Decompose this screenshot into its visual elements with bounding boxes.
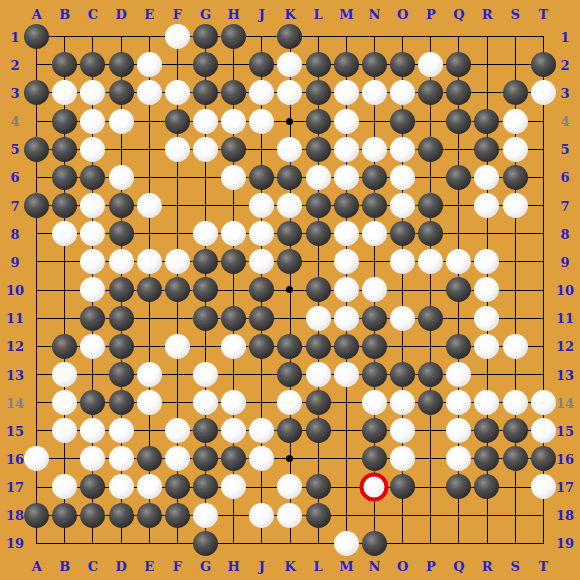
intersection-M16[interactable] xyxy=(332,445,360,473)
intersection-R6[interactable] xyxy=(473,163,501,191)
intersection-P10[interactable] xyxy=(417,276,445,304)
intersection-E5[interactable] xyxy=(135,135,163,163)
intersection-L15[interactable] xyxy=(304,417,332,445)
intersection-R13[interactable] xyxy=(473,360,501,388)
intersection-K7[interactable] xyxy=(276,191,304,219)
intersection-K8[interactable] xyxy=(276,220,304,248)
intersection-K5[interactable] xyxy=(276,135,304,163)
intersection-G17[interactable] xyxy=(191,473,219,501)
intersection-D5[interactable] xyxy=(107,135,135,163)
intersection-E4[interactable] xyxy=(135,107,163,135)
intersection-M14[interactable] xyxy=(332,388,360,416)
intersection-M2[interactable] xyxy=(332,51,360,79)
intersection-A17[interactable] xyxy=(23,473,51,501)
intersection-E10[interactable] xyxy=(135,276,163,304)
intersection-H15[interactable] xyxy=(220,417,248,445)
intersection-C19[interactable] xyxy=(79,529,107,557)
intersection-T13[interactable] xyxy=(529,360,557,388)
intersection-N13[interactable] xyxy=(360,360,388,388)
intersection-M1[interactable] xyxy=(332,23,360,51)
intersection-G18[interactable] xyxy=(191,501,219,529)
intersection-T14[interactable] xyxy=(529,388,557,416)
intersection-E12[interactable] xyxy=(135,332,163,360)
intersection-B1[interactable] xyxy=(51,23,79,51)
intersection-Q17[interactable] xyxy=(445,473,473,501)
intersection-P7[interactable] xyxy=(417,191,445,219)
intersection-N16[interactable] xyxy=(360,445,388,473)
intersection-M18[interactable] xyxy=(332,501,360,529)
intersection-O18[interactable] xyxy=(388,501,416,529)
intersection-B8[interactable] xyxy=(51,220,79,248)
intersection-A11[interactable] xyxy=(23,304,51,332)
intersection-P14[interactable] xyxy=(417,388,445,416)
intersection-T3[interactable] xyxy=(529,79,557,107)
intersection-R15[interactable] xyxy=(473,417,501,445)
intersection-R14[interactable] xyxy=(473,388,501,416)
intersection-N6[interactable] xyxy=(360,163,388,191)
intersection-F7[interactable] xyxy=(163,191,191,219)
intersection-M19[interactable] xyxy=(332,529,360,557)
intersection-D18[interactable] xyxy=(107,501,135,529)
intersection-E14[interactable] xyxy=(135,388,163,416)
intersection-F16[interactable] xyxy=(163,445,191,473)
intersection-O3[interactable] xyxy=(388,79,416,107)
intersection-L5[interactable] xyxy=(304,135,332,163)
intersection-H12[interactable] xyxy=(220,332,248,360)
intersection-O10[interactable] xyxy=(388,276,416,304)
intersection-T11[interactable] xyxy=(529,304,557,332)
intersection-M5[interactable] xyxy=(332,135,360,163)
intersection-Q11[interactable] xyxy=(445,304,473,332)
intersection-B14[interactable] xyxy=(51,388,79,416)
intersection-R16[interactable] xyxy=(473,445,501,473)
intersection-F9[interactable] xyxy=(163,248,191,276)
intersection-T4[interactable] xyxy=(529,107,557,135)
intersection-N19[interactable] xyxy=(360,529,388,557)
intersection-B11[interactable] xyxy=(51,304,79,332)
intersection-M10[interactable] xyxy=(332,276,360,304)
intersection-M17[interactable] xyxy=(332,473,360,501)
intersection-C12[interactable] xyxy=(79,332,107,360)
intersection-P2[interactable] xyxy=(417,51,445,79)
intersection-R11[interactable] xyxy=(473,304,501,332)
intersection-D13[interactable] xyxy=(107,360,135,388)
intersection-B13[interactable] xyxy=(51,360,79,388)
intersection-Q12[interactable] xyxy=(445,332,473,360)
intersection-S15[interactable] xyxy=(501,417,529,445)
intersection-G15[interactable] xyxy=(191,417,219,445)
intersection-L11[interactable] xyxy=(304,304,332,332)
intersection-A2[interactable] xyxy=(23,51,51,79)
intersection-R9[interactable] xyxy=(473,248,501,276)
intersection-B10[interactable] xyxy=(51,276,79,304)
intersection-F6[interactable] xyxy=(163,163,191,191)
intersection-J11[interactable] xyxy=(248,304,276,332)
intersection-H2[interactable] xyxy=(220,51,248,79)
intersection-G13[interactable] xyxy=(191,360,219,388)
intersection-B9[interactable] xyxy=(51,248,79,276)
intersection-O5[interactable] xyxy=(388,135,416,163)
intersection-H17[interactable] xyxy=(220,473,248,501)
intersection-D10[interactable] xyxy=(107,276,135,304)
intersection-A14[interactable] xyxy=(23,388,51,416)
intersection-B15[interactable] xyxy=(51,417,79,445)
intersection-K15[interactable] xyxy=(276,417,304,445)
intersection-T19[interactable] xyxy=(529,529,557,557)
intersection-F4[interactable] xyxy=(163,107,191,135)
intersection-N15[interactable] xyxy=(360,417,388,445)
intersection-E9[interactable] xyxy=(135,248,163,276)
intersection-E1[interactable] xyxy=(135,23,163,51)
intersection-B4[interactable] xyxy=(51,107,79,135)
intersection-O8[interactable] xyxy=(388,220,416,248)
intersection-J12[interactable] xyxy=(248,332,276,360)
intersection-G1[interactable] xyxy=(191,23,219,51)
intersection-T18[interactable] xyxy=(529,501,557,529)
intersection-S6[interactable] xyxy=(501,163,529,191)
intersection-M15[interactable] xyxy=(332,417,360,445)
intersection-D14[interactable] xyxy=(107,388,135,416)
intersection-J18[interactable] xyxy=(248,501,276,529)
intersection-S9[interactable] xyxy=(501,248,529,276)
intersection-Q7[interactable] xyxy=(445,191,473,219)
intersection-G19[interactable] xyxy=(191,529,219,557)
intersection-D7[interactable] xyxy=(107,191,135,219)
intersection-M6[interactable] xyxy=(332,163,360,191)
intersection-K17[interactable] xyxy=(276,473,304,501)
intersection-H1[interactable] xyxy=(220,23,248,51)
intersection-H5[interactable] xyxy=(220,135,248,163)
intersection-P4[interactable] xyxy=(417,107,445,135)
intersection-K14[interactable] xyxy=(276,388,304,416)
intersection-Q3[interactable] xyxy=(445,79,473,107)
intersection-K11[interactable] xyxy=(276,304,304,332)
intersection-E19[interactable] xyxy=(135,529,163,557)
intersection-S4[interactable] xyxy=(501,107,529,135)
intersection-G5[interactable] xyxy=(191,135,219,163)
intersection-A6[interactable] xyxy=(23,163,51,191)
intersection-J9[interactable] xyxy=(248,248,276,276)
intersection-M8[interactable] xyxy=(332,220,360,248)
intersection-P8[interactable] xyxy=(417,220,445,248)
intersection-H18[interactable] xyxy=(220,501,248,529)
intersection-Q14[interactable] xyxy=(445,388,473,416)
intersection-K19[interactable] xyxy=(276,529,304,557)
intersection-Q5[interactable] xyxy=(445,135,473,163)
intersection-G8[interactable] xyxy=(191,220,219,248)
intersection-C16[interactable] xyxy=(79,445,107,473)
intersection-C1[interactable] xyxy=(79,23,107,51)
intersection-T1[interactable] xyxy=(529,23,557,51)
intersection-C9[interactable] xyxy=(79,248,107,276)
intersection-A3[interactable] xyxy=(23,79,51,107)
intersection-S14[interactable] xyxy=(501,388,529,416)
intersection-F1[interactable] xyxy=(163,23,191,51)
intersection-B17[interactable] xyxy=(51,473,79,501)
intersection-L6[interactable] xyxy=(304,163,332,191)
intersection-L13[interactable] xyxy=(304,360,332,388)
intersection-C17[interactable] xyxy=(79,473,107,501)
intersection-M4[interactable] xyxy=(332,107,360,135)
intersection-S7[interactable] xyxy=(501,191,529,219)
intersection-P15[interactable] xyxy=(417,417,445,445)
intersection-C11[interactable] xyxy=(79,304,107,332)
intersection-K13[interactable] xyxy=(276,360,304,388)
intersection-D2[interactable] xyxy=(107,51,135,79)
intersection-E8[interactable] xyxy=(135,220,163,248)
intersection-D11[interactable] xyxy=(107,304,135,332)
intersection-F2[interactable] xyxy=(163,51,191,79)
intersection-Q16[interactable] xyxy=(445,445,473,473)
intersection-D1[interactable] xyxy=(107,23,135,51)
intersection-A13[interactable] xyxy=(23,360,51,388)
intersection-J10[interactable] xyxy=(248,276,276,304)
intersection-L1[interactable] xyxy=(304,23,332,51)
intersection-P17[interactable] xyxy=(417,473,445,501)
intersection-R2[interactable] xyxy=(473,51,501,79)
intersection-J5[interactable] xyxy=(248,135,276,163)
intersection-N4[interactable] xyxy=(360,107,388,135)
intersection-T2[interactable] xyxy=(529,51,557,79)
intersection-C6[interactable] xyxy=(79,163,107,191)
intersection-F17[interactable] xyxy=(163,473,191,501)
intersection-P19[interactable] xyxy=(417,529,445,557)
intersection-H19[interactable] xyxy=(220,529,248,557)
intersection-C5[interactable] xyxy=(79,135,107,163)
intersection-B2[interactable] xyxy=(51,51,79,79)
intersection-R7[interactable] xyxy=(473,191,501,219)
intersection-F18[interactable] xyxy=(163,501,191,529)
intersection-O9[interactable] xyxy=(388,248,416,276)
intersection-N11[interactable] xyxy=(360,304,388,332)
intersection-N12[interactable] xyxy=(360,332,388,360)
intersection-A19[interactable] xyxy=(23,529,51,557)
intersection-N9[interactable] xyxy=(360,248,388,276)
intersection-B6[interactable] xyxy=(51,163,79,191)
intersection-O4[interactable] xyxy=(388,107,416,135)
intersection-A18[interactable] xyxy=(23,501,51,529)
intersection-P5[interactable] xyxy=(417,135,445,163)
intersection-C15[interactable] xyxy=(79,417,107,445)
intersection-L17[interactable] xyxy=(304,473,332,501)
intersection-A4[interactable] xyxy=(23,107,51,135)
intersection-E2[interactable] xyxy=(135,51,163,79)
intersection-M3[interactable] xyxy=(332,79,360,107)
intersection-K12[interactable] xyxy=(276,332,304,360)
intersection-G12[interactable] xyxy=(191,332,219,360)
intersection-H16[interactable] xyxy=(220,445,248,473)
intersection-K4[interactable] xyxy=(276,107,304,135)
intersection-C18[interactable] xyxy=(79,501,107,529)
intersection-K6[interactable] xyxy=(276,163,304,191)
intersection-E7[interactable] xyxy=(135,191,163,219)
intersection-K10[interactable] xyxy=(276,276,304,304)
intersection-G14[interactable] xyxy=(191,388,219,416)
intersection-O12[interactable] xyxy=(388,332,416,360)
intersection-F11[interactable] xyxy=(163,304,191,332)
intersection-E3[interactable] xyxy=(135,79,163,107)
intersection-J2[interactable] xyxy=(248,51,276,79)
intersection-O6[interactable] xyxy=(388,163,416,191)
intersection-N18[interactable] xyxy=(360,501,388,529)
intersection-A12[interactable] xyxy=(23,332,51,360)
intersection-L2[interactable] xyxy=(304,51,332,79)
intersection-H11[interactable] xyxy=(220,304,248,332)
intersection-R17[interactable] xyxy=(473,473,501,501)
intersection-S5[interactable] xyxy=(501,135,529,163)
intersection-P18[interactable] xyxy=(417,501,445,529)
intersection-J19[interactable] xyxy=(248,529,276,557)
intersection-O11[interactable] xyxy=(388,304,416,332)
intersection-D9[interactable] xyxy=(107,248,135,276)
intersection-M11[interactable] xyxy=(332,304,360,332)
intersection-G4[interactable] xyxy=(191,107,219,135)
intersection-G3[interactable] xyxy=(191,79,219,107)
intersection-S2[interactable] xyxy=(501,51,529,79)
intersection-Q4[interactable] xyxy=(445,107,473,135)
intersection-T17[interactable] xyxy=(529,473,557,501)
intersection-S10[interactable] xyxy=(501,276,529,304)
intersection-T7[interactable] xyxy=(529,191,557,219)
intersection-N10[interactable] xyxy=(360,276,388,304)
intersection-R8[interactable] xyxy=(473,220,501,248)
intersection-F14[interactable] xyxy=(163,388,191,416)
intersection-F5[interactable] xyxy=(163,135,191,163)
intersection-D17[interactable] xyxy=(107,473,135,501)
intersection-A5[interactable] xyxy=(23,135,51,163)
intersection-K9[interactable] xyxy=(276,248,304,276)
intersection-R3[interactable] xyxy=(473,79,501,107)
intersection-R1[interactable] xyxy=(473,23,501,51)
intersection-G10[interactable] xyxy=(191,276,219,304)
intersection-N17[interactable] xyxy=(360,473,388,501)
intersection-G9[interactable] xyxy=(191,248,219,276)
intersection-Q9[interactable] xyxy=(445,248,473,276)
intersection-H14[interactable] xyxy=(220,388,248,416)
intersection-N2[interactable] xyxy=(360,51,388,79)
intersection-O13[interactable] xyxy=(388,360,416,388)
intersection-P12[interactable] xyxy=(417,332,445,360)
intersection-A1[interactable] xyxy=(23,23,51,51)
intersection-L16[interactable] xyxy=(304,445,332,473)
intersection-O19[interactable] xyxy=(388,529,416,557)
intersection-H3[interactable] xyxy=(220,79,248,107)
intersection-G11[interactable] xyxy=(191,304,219,332)
intersection-F8[interactable] xyxy=(163,220,191,248)
intersection-K3[interactable] xyxy=(276,79,304,107)
intersection-K2[interactable] xyxy=(276,51,304,79)
intersection-L9[interactable] xyxy=(304,248,332,276)
intersection-H6[interactable] xyxy=(220,163,248,191)
intersection-Q19[interactable] xyxy=(445,529,473,557)
intersection-K1[interactable] xyxy=(276,23,304,51)
intersection-T12[interactable] xyxy=(529,332,557,360)
intersection-S16[interactable] xyxy=(501,445,529,473)
intersection-J6[interactable] xyxy=(248,163,276,191)
intersection-T15[interactable] xyxy=(529,417,557,445)
intersection-L12[interactable] xyxy=(304,332,332,360)
intersection-Q8[interactable] xyxy=(445,220,473,248)
intersection-B5[interactable] xyxy=(51,135,79,163)
intersection-J14[interactable] xyxy=(248,388,276,416)
intersection-Q6[interactable] xyxy=(445,163,473,191)
intersection-C14[interactable] xyxy=(79,388,107,416)
intersection-H7[interactable] xyxy=(220,191,248,219)
intersection-D19[interactable] xyxy=(107,529,135,557)
intersection-J4[interactable] xyxy=(248,107,276,135)
intersection-N8[interactable] xyxy=(360,220,388,248)
intersection-B7[interactable] xyxy=(51,191,79,219)
intersection-C8[interactable] xyxy=(79,220,107,248)
intersection-P13[interactable] xyxy=(417,360,445,388)
intersection-S13[interactable] xyxy=(501,360,529,388)
intersection-E6[interactable] xyxy=(135,163,163,191)
intersection-L14[interactable] xyxy=(304,388,332,416)
intersection-J16[interactable] xyxy=(248,445,276,473)
intersection-J7[interactable] xyxy=(248,191,276,219)
intersection-E13[interactable] xyxy=(135,360,163,388)
intersection-M9[interactable] xyxy=(332,248,360,276)
intersection-G7[interactable] xyxy=(191,191,219,219)
intersection-M13[interactable] xyxy=(332,360,360,388)
intersection-H10[interactable] xyxy=(220,276,248,304)
intersection-D8[interactable] xyxy=(107,220,135,248)
intersection-O16[interactable] xyxy=(388,445,416,473)
intersection-D3[interactable] xyxy=(107,79,135,107)
intersection-F13[interactable] xyxy=(163,360,191,388)
intersection-E18[interactable] xyxy=(135,501,163,529)
intersection-F12[interactable] xyxy=(163,332,191,360)
intersection-O17[interactable] xyxy=(388,473,416,501)
intersection-L18[interactable] xyxy=(304,501,332,529)
intersection-A10[interactable] xyxy=(23,276,51,304)
intersection-P9[interactable] xyxy=(417,248,445,276)
intersection-O15[interactable] xyxy=(388,417,416,445)
intersection-L4[interactable] xyxy=(304,107,332,135)
intersection-G16[interactable] xyxy=(191,445,219,473)
intersection-A8[interactable] xyxy=(23,220,51,248)
intersection-J1[interactable] xyxy=(248,23,276,51)
intersection-O2[interactable] xyxy=(388,51,416,79)
intersection-R10[interactable] xyxy=(473,276,501,304)
intersection-R12[interactable] xyxy=(473,332,501,360)
intersection-N5[interactable] xyxy=(360,135,388,163)
intersection-M7[interactable] xyxy=(332,191,360,219)
intersection-C3[interactable] xyxy=(79,79,107,107)
intersection-L3[interactable] xyxy=(304,79,332,107)
intersection-L10[interactable] xyxy=(304,276,332,304)
intersection-M12[interactable] xyxy=(332,332,360,360)
intersection-Q2[interactable] xyxy=(445,51,473,79)
intersection-O14[interactable] xyxy=(388,388,416,416)
intersection-S17[interactable] xyxy=(501,473,529,501)
intersection-F10[interactable] xyxy=(163,276,191,304)
intersection-T16[interactable] xyxy=(529,445,557,473)
intersection-H9[interactable] xyxy=(220,248,248,276)
intersection-D16[interactable] xyxy=(107,445,135,473)
intersection-D15[interactable] xyxy=(107,417,135,445)
intersection-L19[interactable] xyxy=(304,529,332,557)
intersection-H4[interactable] xyxy=(220,107,248,135)
intersection-F3[interactable] xyxy=(163,79,191,107)
intersection-P6[interactable] xyxy=(417,163,445,191)
intersection-B19[interactable] xyxy=(51,529,79,557)
intersection-H13[interactable] xyxy=(220,360,248,388)
intersection-S8[interactable] xyxy=(501,220,529,248)
intersection-R18[interactable] xyxy=(473,501,501,529)
intersection-B16[interactable] xyxy=(51,445,79,473)
intersection-Q15[interactable] xyxy=(445,417,473,445)
